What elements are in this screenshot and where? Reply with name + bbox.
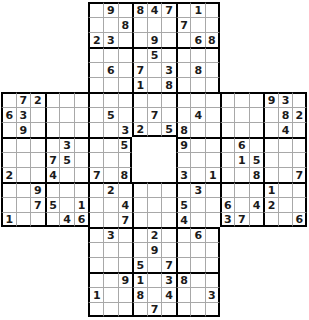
sudoku-cell-r9c17[interactable] [234,122,249,137]
sudoku-cell-r6c7[interactable] [88,77,103,92]
outside-area [132,152,147,167]
sudoku-cell-r21c14[interactable] [190,302,205,317]
sudoku-given-r12c18[interactable]: 8 [249,167,264,182]
sudoku-cell-r8c3[interactable] [30,107,45,122]
sudoku-given-r12c7[interactable]: 7 [88,167,103,182]
sudoku-cell-r7c14[interactable] [190,92,205,107]
sudoku-cell-r6c8[interactable] [103,77,118,92]
sudoku-given-r7c19[interactable]: 9 [263,92,278,107]
sudoku-given-r20c10[interactable]: 8 [132,287,147,302]
sudoku-cell-r12c3[interactable] [30,167,45,182]
sudoku-cell-r5c11[interactable] [147,62,162,77]
sudoku-cell-r9c4[interactable] [45,122,60,137]
sudoku-cell-r18c9[interactable] [118,257,133,272]
sudoku-cell-r7c9[interactable] [118,92,133,107]
sudoku-cell-r21c15[interactable] [205,302,220,317]
sudoku-given-r14c6[interactable]: 1 [74,197,89,212]
sudoku-cell-r17c13[interactable] [176,242,191,257]
sudoku-given-r12c1[interactable]: 2 [1,167,16,182]
sudoku-cell-r1c7[interactable] [88,2,103,17]
sudoku-cell-r5c13[interactable] [176,62,191,77]
sudoku-given-r15c6[interactable]: 6 [74,212,89,227]
sudoku-cell-r14c8[interactable] [103,197,118,212]
outside-area [74,272,89,287]
sudoku-cell-r6c11[interactable] [147,77,162,92]
sudoku-cell-r7c15[interactable] [205,92,220,107]
sudoku-cell-r10c14[interactable] [190,137,205,152]
sudoku-cell-r10c18[interactable] [249,137,264,152]
outside-area [161,152,176,167]
sudoku-given-r8c11[interactable]: 7 [147,107,162,122]
sudoku-cell-r2c15[interactable] [205,17,220,32]
sudoku-cell-r14c2[interactable] [16,197,31,212]
sudoku-cell-r12c16[interactable] [220,167,235,182]
sudoku-cell-r9c11[interactable] [147,122,162,137]
sudoku-cell-r18c8[interactable] [103,257,118,272]
sudoku-cell-r7c5[interactable] [59,92,74,107]
outside-area [1,17,16,32]
outside-area [249,272,264,287]
sudoku-cell-r10c2[interactable] [16,137,31,152]
sudoku-cell-r8c15[interactable] [205,107,220,122]
sudoku-cell-r17c7[interactable] [88,242,103,257]
sudoku-cell-r13c15[interactable] [205,182,220,197]
sudoku-cell-r14c1[interactable] [1,197,16,212]
sudoku-given-r3c8[interactable]: 3 [103,32,118,47]
sudoku-cell-r9c5[interactable] [59,122,74,137]
sudoku-cell-r11c6[interactable] [74,152,89,167]
sudoku-cell-r7c10[interactable] [132,92,147,107]
sudoku-given-r11c18[interactable]: 5 [249,152,264,167]
sudoku-given-r10c13[interactable]: 9 [176,137,191,152]
sudoku-cell-r10c19[interactable] [263,137,278,152]
sudoku-given-r2c13[interactable]: 7 [176,17,191,32]
sudoku-cell-r11c19[interactable] [263,152,278,167]
sudoku-cell-r15c3[interactable] [30,212,45,227]
sudoku-given-r8c2[interactable]: 3 [16,107,31,122]
sudoku-cell-r16c12[interactable] [161,227,176,242]
sudoku-given-r8c8[interactable]: 5 [103,107,118,122]
sudoku-cell-r12c20[interactable] [278,167,293,182]
sudoku-given-r12c15[interactable]: 1 [205,167,220,182]
sudoku-given-r1c10[interactable]: 8 [132,2,147,17]
sudoku-cell-r9c6[interactable] [74,122,89,137]
sudoku-cell-r11c2[interactable] [16,152,31,167]
sudoku-given-r8c1[interactable]: 6 [1,107,16,122]
sudoku-cell-r10c3[interactable] [30,137,45,152]
sudoku-given-r15c17[interactable]: 7 [234,212,249,227]
sudoku-cell-r4c15[interactable] [205,47,220,62]
sudoku-given-r16c11[interactable]: 2 [147,227,162,242]
sudoku-cell-r17c15[interactable] [205,242,220,257]
sudoku-given-r7c3[interactable]: 2 [30,92,45,107]
sudoku-cell-r15c4[interactable] [45,212,60,227]
sudoku-cell-r15c15[interactable] [205,212,220,227]
sudoku-given-r19c12[interactable]: 3 [161,272,176,287]
sudoku-cell-r15c11[interactable] [147,212,162,227]
sudoku-given-r7c2[interactable]: 7 [16,92,31,107]
sudoku-cell-r19c11[interactable] [147,272,162,287]
sudoku-cell-r13c11[interactable] [147,182,162,197]
sudoku-given-r15c9[interactable]: 7 [118,212,133,227]
sudoku-cell-r7c17[interactable] [234,92,249,107]
sudoku-cell-r9c19[interactable] [263,122,278,137]
sudoku-given-r10c17[interactable]: 6 [234,137,249,152]
sudoku-cell-r8c7[interactable] [88,107,103,122]
sudoku-cell-r13c2[interactable] [16,182,31,197]
sudoku-cell-r7c11[interactable] [147,92,162,107]
sudoku-given-r7c20[interactable]: 3 [278,92,293,107]
sudoku-cell-r20c11[interactable] [147,287,162,302]
sudoku-cell-r7c13[interactable] [176,92,191,107]
sudoku-cell-r13c1[interactable] [1,182,16,197]
sudoku-cell-r13c6[interactable] [74,182,89,197]
sudoku-given-r1c11[interactable]: 4 [147,2,162,17]
sudoku-given-r4c11[interactable]: 5 [147,47,162,62]
sudoku-cell-r12c2[interactable] [16,167,31,182]
sudoku-cell-r8c19[interactable] [263,107,278,122]
sudoku-given-r15c5[interactable]: 4 [59,212,74,227]
sudoku-given-r11c17[interactable]: 1 [234,152,249,167]
sudoku-cell-r21c12[interactable] [161,302,176,317]
sudoku-given-r9c10[interactable]: 2 [132,122,147,137]
sudoku-given-r16c14[interactable]: 6 [190,227,205,242]
sudoku-given-r10c9[interactable]: 5 [118,137,133,152]
sudoku-cell-r13c16[interactable] [220,182,235,197]
sudoku-given-r9c13[interactable]: 8 [176,122,191,137]
sudoku-cell-r3c12[interactable] [161,32,176,47]
sudoku-cell-r7c1[interactable] [1,92,16,107]
sudoku-cell-r13c10[interactable] [132,182,147,197]
sudoku-given-r15c16[interactable]: 3 [220,212,235,227]
sudoku-cell-r14c17[interactable] [234,197,249,212]
outside-area [249,287,264,302]
sudoku-cell-r5c9[interactable] [118,62,133,77]
sudoku-cell-r14c5[interactable] [59,197,74,212]
outside-area [16,257,31,272]
sudoku-given-r21c11[interactable]: 7 [147,302,162,317]
sudoku-cell-r2c11[interactable] [147,17,162,32]
sudoku-cell-r6c14[interactable] [190,77,205,92]
sudoku-cell-r13c12[interactable] [161,182,176,197]
sudoku-cell-r15c20[interactable] [278,212,293,227]
sudoku-given-r16c8[interactable]: 3 [103,227,118,242]
sudoku-cell-r8c4[interactable] [45,107,60,122]
sudoku-cell-r10c16[interactable] [220,137,235,152]
sudoku-cell-r10c8[interactable] [103,137,118,152]
sudoku-given-r5c10[interactable]: 7 [132,62,147,77]
sudoku-cell-r10c7[interactable] [88,137,103,152]
sudoku-given-r15c1[interactable]: 1 [1,212,16,227]
sudoku-cell-r4c8[interactable] [103,47,118,62]
sudoku-given-r14c16[interactable]: 6 [220,197,235,212]
sudoku-cell-r11c15[interactable] [205,152,220,167]
sudoku-given-r1c12[interactable]: 7 [161,2,176,17]
sudoku-cell-r4c10[interactable] [132,47,147,62]
sudoku-given-r12c9[interactable]: 8 [118,167,133,182]
sudoku-cell-r3c9[interactable] [118,32,133,47]
sudoku-cell-r21c7[interactable] [88,302,103,317]
sudoku-given-r15c21[interactable]: 6 [292,212,307,227]
sudoku-cell-r19c7[interactable] [88,272,103,287]
outside-area [220,302,235,317]
sudoku-cell-r15c18[interactable] [249,212,264,227]
sudoku-cell-r19c8[interactable] [103,272,118,287]
sudoku-cell-r8c17[interactable] [234,107,249,122]
sudoku-given-r13c8[interactable]: 2 [103,182,118,197]
sudoku-cell-r15c2[interactable] [16,212,31,227]
sudoku-cell-r1c9[interactable] [118,2,133,17]
sudoku-cell-r7c12[interactable] [161,92,176,107]
sudoku-cell-r14c11[interactable] [147,197,162,212]
sudoku-cell-r12c8[interactable] [103,167,118,182]
sudoku-cell-r13c7[interactable] [88,182,103,197]
sudoku-cell-r4c7[interactable] [88,47,103,62]
sudoku-cell-r17c10[interactable] [132,242,147,257]
sudoku-cell-r17c8[interactable] [103,242,118,257]
sudoku-cell-r3c10[interactable] [132,32,147,47]
sudoku-cell-r13c9[interactable] [118,182,133,197]
sudoku-cell-r11c9[interactable] [118,152,133,167]
sudoku-cell-r14c7[interactable] [88,197,103,212]
sudoku-cell-r17c12[interactable] [161,242,176,257]
sudoku-cell-r9c14[interactable] [190,122,205,137]
sudoku-given-r9c2[interactable]: 9 [16,122,31,137]
sudoku-cell-r17c9[interactable] [118,242,133,257]
sudoku-cell-r8c16[interactable] [220,107,235,122]
sudoku-cell-r4c12[interactable] [161,47,176,62]
sudoku-cell-r7c18[interactable] [249,92,264,107]
sudoku-given-r1c14[interactable]: 1 [190,2,205,17]
sudoku-cell-r13c5[interactable] [59,182,74,197]
sudoku-cell-r19c14[interactable] [190,272,205,287]
sudoku-given-r2c9[interactable]: 8 [118,17,133,32]
sudoku-given-r17c11[interactable]: 9 [147,242,162,257]
sudoku-cell-r14c14[interactable] [190,197,205,212]
sudoku-given-r12c13[interactable]: 3 [176,167,191,182]
sudoku-cell-r12c17[interactable] [234,167,249,182]
sudoku-cell-r2c8[interactable] [103,17,118,32]
sudoku-cell-r11c8[interactable] [103,152,118,167]
sudoku-given-r19c9[interactable]: 9 [118,272,133,287]
sudoku-cell-r13c20[interactable] [278,182,293,197]
sudoku-given-r9c20[interactable]: 4 [278,122,293,137]
sudoku-given-r10c5[interactable]: 3 [59,137,74,152]
sudoku-given-r3c15[interactable]: 8 [205,32,220,47]
sudoku-cell-r7c4[interactable] [45,92,60,107]
sudoku-cell-r7c21[interactable] [292,92,307,107]
sudoku-cell-r11c3[interactable] [30,152,45,167]
sudoku-given-r13c3[interactable]: 9 [30,182,45,197]
sudoku-given-r18c10[interactable]: 5 [132,257,147,272]
sudoku-given-r14c4[interactable]: 5 [45,197,60,212]
sudoku-cell-r21c13[interactable] [176,302,191,317]
sudoku-given-r12c4[interactable]: 4 [45,167,60,182]
sudoku-cell-r11c21[interactable] [292,152,307,167]
sudoku-cell-r5c15[interactable] [205,62,220,77]
sudoku-given-r3c7[interactable]: 2 [88,32,103,47]
sudoku-cell-r13c18[interactable] [249,182,264,197]
sudoku-cell-r9c21[interactable] [292,122,307,137]
sudoku-given-r6c12[interactable]: 8 [161,77,176,92]
sudoku-cell-r18c14[interactable] [190,257,205,272]
sudoku-cell-r7c16[interactable] [220,92,235,107]
sudoku-cell-r12c19[interactable] [263,167,278,182]
puzzle-page: 9847187239685673818729363574829325843596… [0,0,309,320]
sudoku-cell-r18c13[interactable] [176,257,191,272]
sudoku-given-r11c4[interactable]: 7 [45,152,60,167]
sudoku-given-r14c9[interactable]: 4 [118,197,133,212]
sudoku-cell-r1c13[interactable] [176,2,191,17]
sudoku-given-r20c7[interactable]: 1 [88,287,103,302]
sudoku-cell-r10c1[interactable] [1,137,16,152]
sudoku-cell-r14c15[interactable] [205,197,220,212]
sudoku-cell-r21c10[interactable] [132,302,147,317]
sudoku-cell-r10c20[interactable] [278,137,293,152]
sudoku-given-r9c12[interactable]: 5 [161,122,176,137]
sudoku-cell-r6c9[interactable] [118,77,133,92]
sudoku-cell-r15c14[interactable] [190,212,205,227]
sudoku-cell-r9c15[interactable] [205,122,220,137]
sudoku-given-r14c13[interactable]: 5 [176,197,191,212]
sudoku-cell-r8c12[interactable] [161,107,176,122]
sudoku-given-r19c10[interactable]: 1 [132,272,147,287]
outside-area [1,302,16,317]
sudoku-cell-r11c13[interactable] [176,152,191,167]
sudoku-given-r8c20[interactable]: 8 [278,107,293,122]
sudoku-cell-r20c9[interactable] [118,287,133,302]
sudoku-cell-r21c9[interactable] [118,302,133,317]
sudoku-cell-r9c8[interactable] [103,122,118,137]
sudoku-cell-r9c3[interactable] [30,122,45,137]
sudoku-cell-r2c10[interactable] [132,17,147,32]
sudoku-cell-r20c13[interactable] [176,287,191,302]
sudoku-cell-r16c7[interactable] [88,227,103,242]
outside-area [249,32,264,47]
sudoku-cell-r7c6[interactable] [74,92,89,107]
sudoku-cell-r11c14[interactable] [190,152,205,167]
sudoku-cell-r16c13[interactable] [176,227,191,242]
sudoku-given-r3c14[interactable]: 6 [190,32,205,47]
sudoku-cell-r9c18[interactable] [249,122,264,137]
sudoku-cell-r4c13[interactable] [176,47,191,62]
sudoku-cell-r13c4[interactable] [45,182,60,197]
sudoku-given-r12c21[interactable]: 7 [292,167,307,182]
sudoku-given-r13c14[interactable]: 3 [190,182,205,197]
sudoku-cell-r10c4[interactable] [45,137,60,152]
sudoku-cell-r15c7[interactable] [88,212,103,227]
sudoku-cell-r7c7[interactable] [88,92,103,107]
sudoku-cell-r6c15[interactable] [205,77,220,92]
sudoku-given-r19c13[interactable]: 8 [176,272,191,287]
sudoku-cell-r16c9[interactable] [118,227,133,242]
sudoku-cell-r18c7[interactable] [88,257,103,272]
sudoku-cell-r17c14[interactable] [190,242,205,257]
sudoku-given-r14c3[interactable]: 7 [30,197,45,212]
sudoku-given-r6c10[interactable]: 1 [132,77,147,92]
sudoku-cell-r15c19[interactable] [263,212,278,227]
sudoku-cell-r21c8[interactable] [103,302,118,317]
sudoku-cell-r2c12[interactable] [161,17,176,32]
sudoku-cell-r11c16[interactable] [220,152,235,167]
sudoku-cell-r8c13[interactable] [176,107,191,122]
sudoku-cell-r2c7[interactable] [88,17,103,32]
sudoku-cell-r13c17[interactable] [234,182,249,197]
sudoku-given-r8c14[interactable]: 4 [190,107,205,122]
outside-area [220,242,235,257]
sudoku-cell-r12c14[interactable] [190,167,205,182]
sudoku-cell-r8c9[interactable] [118,107,133,122]
sudoku-cell-r20c8[interactable] [103,287,118,302]
sudoku-cell-r7c8[interactable] [103,92,118,107]
sudoku-cell-r5c7[interactable] [88,62,103,77]
sudoku-cell-r9c7[interactable] [88,122,103,137]
sudoku-cell-r2c14[interactable] [190,17,205,32]
sudoku-cell-r11c20[interactable] [278,152,293,167]
sudoku-given-r14c19[interactable]: 2 [263,197,278,212]
sudoku-cell-r10c6[interactable] [74,137,89,152]
sudoku-cell-r10c21[interactable] [292,137,307,152]
sudoku-given-r9c9[interactable]: 3 [118,122,133,137]
sudoku-given-r18c12[interactable]: 7 [161,257,176,272]
sudoku-cell-r9c1[interactable] [1,122,16,137]
sudoku-cell-r6c13[interactable] [176,77,191,92]
sudoku-given-r3c11[interactable]: 9 [147,32,162,47]
sudoku-cell-r16c10[interactable] [132,227,147,242]
sudoku-cell-r10c15[interactable] [205,137,220,152]
sudoku-cell-r4c9[interactable] [118,47,133,62]
sudoku-cell-r18c11[interactable] [147,257,162,272]
sudoku-given-r13c19[interactable]: 1 [263,182,278,197]
sudoku-cell-r14c10[interactable] [132,197,147,212]
sudoku-given-r11c5[interactable]: 5 [59,152,74,167]
sudoku-given-r1c8[interactable]: 9 [103,2,118,17]
sudoku-cell-r14c12[interactable] [161,197,176,212]
sudoku-cell-r19c15[interactable] [205,272,220,287]
sudoku-cell-r18c15[interactable] [205,257,220,272]
sudoku-cell-r15c10[interactable] [132,212,147,227]
sudoku-given-r5c12[interactable]: 3 [161,62,176,77]
sudoku-cell-r1c15[interactable] [205,2,220,17]
sudoku-cell-r16c15[interactable] [205,227,220,242]
sudoku-cell-r8c5[interactable] [59,107,74,122]
sudoku-cell-r14c21[interactable] [292,197,307,212]
sudoku-cell-r12c6[interactable] [74,167,89,182]
sudoku-cell-r8c18[interactable] [249,107,264,122]
sudoku-cell-r8c6[interactable] [74,107,89,122]
sudoku-cell-r20c14[interactable] [190,287,205,302]
sudoku-given-r14c18[interactable]: 4 [249,197,264,212]
sudoku-given-r20c12[interactable]: 4 [161,287,176,302]
sudoku-cell-r3c13[interactable] [176,32,191,47]
sudoku-given-r5c14[interactable]: 8 [190,62,205,77]
sudoku-cell-r13c13[interactable] [176,182,191,197]
sudoku-cell-r12c5[interactable] [59,167,74,182]
sudoku-cell-r9c16[interactable] [220,122,235,137]
sudoku-given-r8c21[interactable]: 2 [292,107,307,122]
sudoku-given-r15c13[interactable]: 4 [176,212,191,227]
sudoku-cell-r13c21[interactable] [292,182,307,197]
sudoku-cell-r11c1[interactable] [1,152,16,167]
sudoku-given-r5c8[interactable]: 6 [103,62,118,77]
sudoku-cell-r8c10[interactable] [132,107,147,122]
sudoku-cell-r11c7[interactable] [88,152,103,167]
sudoku-given-r20c15[interactable]: 3 [205,287,220,302]
sudoku-cell-r15c12[interactable] [161,212,176,227]
sudoku-cell-r15c8[interactable] [103,212,118,227]
sudoku-cell-r14c20[interactable] [278,197,293,212]
sudoku-cell-r4c14[interactable] [190,47,205,62]
